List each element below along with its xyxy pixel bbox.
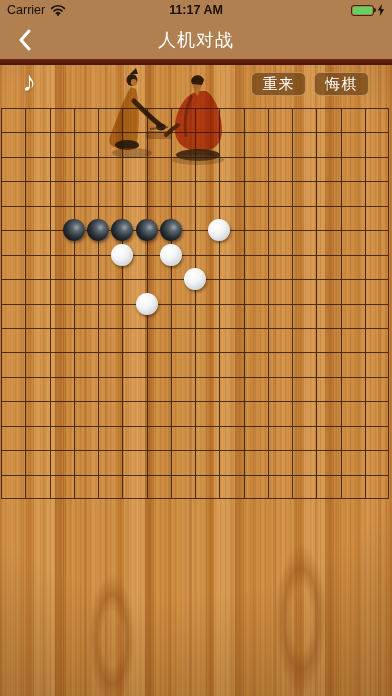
music-note-icon: ♪ xyxy=(22,66,36,97)
undo-button[interactable]: 悔棋 xyxy=(314,72,369,96)
board-intersection[interactable] xyxy=(219,401,243,425)
board-intersection[interactable] xyxy=(50,352,74,376)
board: ♪ 重来 悔棋 xyxy=(0,64,392,696)
board-intersection[interactable] xyxy=(219,304,243,328)
board-intersection[interactable] xyxy=(25,255,49,279)
board-intersection[interactable] xyxy=(195,230,219,254)
board-intersection[interactable] xyxy=(268,230,292,254)
board-intersection[interactable] xyxy=(268,108,292,132)
board-intersection[interactable] xyxy=(244,206,268,230)
board-intersection[interactable] xyxy=(98,279,122,303)
board-intersection[interactable] xyxy=(50,377,74,401)
board-intersection[interactable] xyxy=(98,377,122,401)
board-intersection[interactable] xyxy=(171,108,195,132)
board-intersection[interactable] xyxy=(365,426,389,450)
board-intersection[interactable] xyxy=(316,206,340,230)
board-intersection[interactable] xyxy=(268,352,292,376)
board-intersection[interactable] xyxy=(244,450,268,474)
board-intersection[interactable] xyxy=(316,328,340,352)
board-intersection[interactable] xyxy=(341,157,365,181)
board-intersection[interactable] xyxy=(244,475,268,499)
board-intersection[interactable] xyxy=(1,206,25,230)
board-intersection[interactable] xyxy=(147,377,171,401)
board-intersection[interactable] xyxy=(219,475,243,499)
board-intersection[interactable] xyxy=(147,475,171,499)
board-intersection[interactable] xyxy=(74,450,98,474)
board-intersection[interactable] xyxy=(268,401,292,425)
board-intersection[interactable] xyxy=(292,255,316,279)
board-intersection[interactable] xyxy=(316,475,340,499)
board-intersection[interactable] xyxy=(1,279,25,303)
board-intersection[interactable] xyxy=(171,401,195,425)
app-screen: Carrier 11:17 AM 人机对战 xyxy=(0,0,392,696)
board-intersection[interactable] xyxy=(292,132,316,156)
board-intersection[interactable] xyxy=(74,377,98,401)
chevron-left-icon xyxy=(18,29,31,51)
board-intersection[interactable] xyxy=(219,181,243,205)
board-intersection[interactable] xyxy=(50,230,74,254)
board-intersection[interactable] xyxy=(1,304,25,328)
board-intersection[interactable] xyxy=(122,426,146,450)
board-intersection[interactable] xyxy=(195,181,219,205)
board-intersection[interactable] xyxy=(341,181,365,205)
board-intersection[interactable] xyxy=(74,426,98,450)
board-intersection[interactable] xyxy=(50,328,74,352)
board-intersection[interactable] xyxy=(365,230,389,254)
board-intersection[interactable] xyxy=(341,255,365,279)
restart-button[interactable]: 重来 xyxy=(251,72,306,96)
board-intersection[interactable] xyxy=(171,255,195,279)
board-intersection[interactable] xyxy=(341,377,365,401)
board-intersection[interactable] xyxy=(122,401,146,425)
board-intersection[interactable] xyxy=(341,450,365,474)
board-intersection[interactable] xyxy=(171,181,195,205)
board-intersection[interactable] xyxy=(365,352,389,376)
wood-knot xyxy=(272,534,330,696)
board-intersection[interactable] xyxy=(219,206,243,230)
board-intersection[interactable] xyxy=(171,279,195,303)
board-intersection[interactable] xyxy=(122,450,146,474)
board-intersection[interactable] xyxy=(122,475,146,499)
board-top-trim xyxy=(0,59,392,65)
board-intersection[interactable] xyxy=(147,108,171,132)
board-intersection[interactable] xyxy=(1,255,25,279)
board-intersection[interactable] xyxy=(171,352,195,376)
board-intersection[interactable] xyxy=(25,181,49,205)
board-intersection[interactable] xyxy=(316,181,340,205)
nav-bar: 人机对战 xyxy=(0,20,392,59)
board-intersection[interactable] xyxy=(244,401,268,425)
board-intersection[interactable] xyxy=(219,279,243,303)
board-intersection[interactable] xyxy=(365,279,389,303)
board-intersection[interactable] xyxy=(50,450,74,474)
board-intersection[interactable] xyxy=(195,475,219,499)
board-intersection[interactable] xyxy=(1,401,25,425)
board-intersection[interactable] xyxy=(195,401,219,425)
board-intersection[interactable] xyxy=(1,450,25,474)
board-intersection[interactable] xyxy=(1,132,25,156)
toolbar: 重来 悔棋 xyxy=(251,72,369,96)
board-intersection[interactable] xyxy=(147,230,171,254)
board-intersection[interactable] xyxy=(365,108,389,132)
board-intersection[interactable] xyxy=(244,328,268,352)
board-intersection[interactable] xyxy=(292,157,316,181)
board-intersection[interactable] xyxy=(147,206,171,230)
board-intersection[interactable] xyxy=(219,426,243,450)
board-intersection[interactable] xyxy=(122,181,146,205)
board-intersection[interactable] xyxy=(341,352,365,376)
board-intersection[interactable] xyxy=(74,181,98,205)
board-intersection[interactable] xyxy=(365,206,389,230)
board-intersection[interactable] xyxy=(147,426,171,450)
board-intersection[interactable] xyxy=(244,255,268,279)
board-intersection[interactable] xyxy=(171,450,195,474)
board-intersection[interactable] xyxy=(98,304,122,328)
board-intersection[interactable] xyxy=(341,475,365,499)
board-intersection[interactable] xyxy=(50,181,74,205)
board-intersection[interactable] xyxy=(25,279,49,303)
board-intersection[interactable] xyxy=(244,108,268,132)
board-intersection[interactable] xyxy=(25,401,49,425)
board-intersection[interactable] xyxy=(171,328,195,352)
board-intersection[interactable] xyxy=(122,108,146,132)
board-intersection[interactable] xyxy=(219,450,243,474)
board-intersection[interactable] xyxy=(316,132,340,156)
board-intersection[interactable] xyxy=(25,230,49,254)
board-intersection[interactable] xyxy=(98,426,122,450)
board-intersection[interactable] xyxy=(50,279,74,303)
board-intersection[interactable] xyxy=(74,230,98,254)
board-intersection[interactable] xyxy=(341,108,365,132)
board-intersection[interactable] xyxy=(98,328,122,352)
board-intersection[interactable] xyxy=(50,426,74,450)
board-intersection[interactable] xyxy=(244,352,268,376)
board-intersection[interactable] xyxy=(122,279,146,303)
back-button[interactable] xyxy=(8,24,40,56)
board-intersection[interactable] xyxy=(268,206,292,230)
board-intersection[interactable] xyxy=(171,206,195,230)
board-intersection[interactable] xyxy=(1,157,25,181)
board-intersection[interactable] xyxy=(316,230,340,254)
board-intersection[interactable] xyxy=(219,352,243,376)
board-intersection[interactable] xyxy=(98,255,122,279)
board-intersection[interactable] xyxy=(268,450,292,474)
board-intersection[interactable] xyxy=(98,352,122,376)
board-intersection[interactable] xyxy=(171,132,195,156)
board-intersection[interactable] xyxy=(147,132,171,156)
board-intersection[interactable] xyxy=(25,157,49,181)
board-intersection[interactable] xyxy=(1,108,25,132)
board-intersection[interactable] xyxy=(1,426,25,450)
board-intersection[interactable] xyxy=(244,426,268,450)
board-intersection[interactable] xyxy=(98,206,122,230)
board-intersection[interactable] xyxy=(219,230,243,254)
board-intersection[interactable] xyxy=(1,352,25,376)
board-intersection[interactable] xyxy=(171,157,195,181)
board-intersection[interactable] xyxy=(292,352,316,376)
board-intersection[interactable] xyxy=(74,255,98,279)
board-intersection[interactable] xyxy=(98,401,122,425)
board-intersection[interactable] xyxy=(25,328,49,352)
board-intersection[interactable] xyxy=(195,255,219,279)
board-intersection[interactable] xyxy=(195,108,219,132)
board-intersection[interactable] xyxy=(365,377,389,401)
board-intersection[interactable] xyxy=(316,304,340,328)
board-intersection[interactable] xyxy=(74,108,98,132)
board-intersection[interactable] xyxy=(147,328,171,352)
wood-knot xyxy=(86,564,138,696)
board-intersection[interactable] xyxy=(147,304,171,328)
board-intersection[interactable] xyxy=(219,132,243,156)
board-intersection[interactable] xyxy=(25,475,49,499)
board-intersection[interactable] xyxy=(74,475,98,499)
board-intersection[interactable] xyxy=(171,377,195,401)
board-intersection[interactable] xyxy=(25,132,49,156)
board-intersection[interactable] xyxy=(316,450,340,474)
board-intersection[interactable] xyxy=(50,401,74,425)
board-intersection[interactable] xyxy=(292,450,316,474)
board-intersection[interactable] xyxy=(74,279,98,303)
board-intersection[interactable] xyxy=(316,352,340,376)
board-intersection[interactable] xyxy=(98,157,122,181)
board-intersection[interactable] xyxy=(122,132,146,156)
page-title: 人机对战 xyxy=(158,28,234,52)
board-intersection[interactable] xyxy=(171,304,195,328)
board-intersection[interactable] xyxy=(244,132,268,156)
board-intersection[interactable] xyxy=(268,279,292,303)
board-intersection[interactable] xyxy=(1,377,25,401)
board-intersection[interactable] xyxy=(122,230,146,254)
board-intersection[interactable] xyxy=(25,377,49,401)
board-intersection[interactable] xyxy=(365,132,389,156)
board-intersection[interactable] xyxy=(219,328,243,352)
board-intersection[interactable] xyxy=(292,401,316,425)
board-intersection[interactable] xyxy=(195,328,219,352)
board-intersection[interactable] xyxy=(268,304,292,328)
board-intersection[interactable] xyxy=(171,426,195,450)
board-intersection[interactable] xyxy=(365,475,389,499)
board-intersection[interactable] xyxy=(74,304,98,328)
board-intersection[interactable] xyxy=(244,230,268,254)
board-intersection[interactable] xyxy=(292,377,316,401)
board-intersection[interactable] xyxy=(365,255,389,279)
board-intersection[interactable] xyxy=(50,108,74,132)
board-intersection[interactable] xyxy=(244,157,268,181)
sound-toggle[interactable]: ♪ xyxy=(22,68,36,96)
board-intersection[interactable] xyxy=(341,206,365,230)
board-intersection[interactable] xyxy=(98,181,122,205)
board-intersection[interactable] xyxy=(50,206,74,230)
board-intersection[interactable] xyxy=(316,426,340,450)
carrier-label: Carrier xyxy=(7,3,45,17)
board-intersection[interactable] xyxy=(341,132,365,156)
board-intersection[interactable] xyxy=(1,181,25,205)
board-intersection[interactable] xyxy=(316,401,340,425)
board-intersection[interactable] xyxy=(292,181,316,205)
board-intersection[interactable] xyxy=(147,352,171,376)
board-intersection[interactable] xyxy=(292,108,316,132)
board-intersection[interactable] xyxy=(195,157,219,181)
board-intersection[interactable] xyxy=(195,352,219,376)
board-intersection[interactable] xyxy=(74,206,98,230)
board-intersection[interactable] xyxy=(147,181,171,205)
board-intersection[interactable] xyxy=(25,426,49,450)
board-intersection[interactable] xyxy=(50,255,74,279)
board-intersection[interactable] xyxy=(195,279,219,303)
board-intersection[interactable] xyxy=(195,377,219,401)
status-bar: Carrier 11:17 AM xyxy=(0,0,392,20)
board-intersection[interactable] xyxy=(74,352,98,376)
board-intersection[interactable] xyxy=(268,377,292,401)
board-intersection[interactable] xyxy=(50,157,74,181)
board-intersection[interactable] xyxy=(341,279,365,303)
board-intersection[interactable] xyxy=(98,108,122,132)
board-intersection[interactable] xyxy=(292,304,316,328)
board-intersection[interactable] xyxy=(50,475,74,499)
board-intersection[interactable] xyxy=(122,352,146,376)
board-intersection[interactable] xyxy=(25,304,49,328)
battery-icon xyxy=(351,5,374,16)
board-intersection[interactable] xyxy=(244,377,268,401)
board-intersection[interactable] xyxy=(341,401,365,425)
board-intersection[interactable] xyxy=(292,475,316,499)
board-intersection[interactable] xyxy=(292,206,316,230)
board-intersection[interactable] xyxy=(147,157,171,181)
board-intersection[interactable] xyxy=(341,230,365,254)
board-intersection[interactable] xyxy=(316,157,340,181)
board-intersection[interactable] xyxy=(341,328,365,352)
board-intersection[interactable] xyxy=(316,377,340,401)
board-intersection[interactable] xyxy=(74,328,98,352)
board-intersection[interactable] xyxy=(25,206,49,230)
board-intersection[interactable] xyxy=(292,230,316,254)
board-intersection[interactable] xyxy=(268,255,292,279)
board-intersection[interactable] xyxy=(365,328,389,352)
board-intersection[interactable] xyxy=(50,132,74,156)
board-intersection[interactable] xyxy=(365,181,389,205)
board-intersection[interactable] xyxy=(268,426,292,450)
wifi-icon xyxy=(50,4,66,16)
board-intersection[interactable] xyxy=(316,279,340,303)
board-intersection[interactable] xyxy=(219,255,243,279)
board-intersection[interactable] xyxy=(25,108,49,132)
board-intersection[interactable] xyxy=(147,279,171,303)
board-intersection[interactable] xyxy=(268,181,292,205)
board-intersection[interactable] xyxy=(268,475,292,499)
board-intersection[interactable] xyxy=(195,206,219,230)
board-intersection[interactable] xyxy=(74,157,98,181)
board-intersection[interactable] xyxy=(98,450,122,474)
board-intersection[interactable] xyxy=(365,401,389,425)
board-intersection[interactable] xyxy=(25,352,49,376)
board-intersection[interactable] xyxy=(316,108,340,132)
board-intersection[interactable] xyxy=(122,255,146,279)
board-intersection[interactable] xyxy=(341,426,365,450)
board-intersection[interactable] xyxy=(171,475,195,499)
board-intersection[interactable] xyxy=(1,475,25,499)
board-intersection[interactable] xyxy=(25,450,49,474)
board-intersection[interactable] xyxy=(341,304,365,328)
board-intersection[interactable] xyxy=(195,132,219,156)
board-intersection[interactable] xyxy=(122,328,146,352)
board-intersection[interactable] xyxy=(365,304,389,328)
board-intersection[interactable] xyxy=(219,377,243,401)
board-intersection[interactable] xyxy=(1,328,25,352)
board-intersection[interactable] xyxy=(50,304,74,328)
board-intersection[interactable] xyxy=(268,132,292,156)
board-intersection[interactable] xyxy=(292,426,316,450)
board-intersection[interactable] xyxy=(268,328,292,352)
board-intersection[interactable] xyxy=(171,230,195,254)
board-intersection[interactable] xyxy=(74,401,98,425)
board-intersection[interactable] xyxy=(219,108,243,132)
board-intersection[interactable] xyxy=(147,401,171,425)
board-intersection[interactable] xyxy=(292,328,316,352)
board-intersection[interactable] xyxy=(195,304,219,328)
board-intersection[interactable] xyxy=(365,450,389,474)
board-intersection[interactable] xyxy=(122,157,146,181)
board-intersection[interactable] xyxy=(316,255,340,279)
board-intersection[interactable] xyxy=(147,450,171,474)
board-intersection[interactable] xyxy=(365,157,389,181)
charging-bolt-icon xyxy=(377,4,385,16)
board-intersection[interactable] xyxy=(74,132,98,156)
board-intersection[interactable] xyxy=(244,304,268,328)
board-intersection[interactable] xyxy=(98,475,122,499)
board-grid xyxy=(1,108,389,499)
board-intersection[interactable] xyxy=(244,181,268,205)
board-intersection[interactable] xyxy=(98,132,122,156)
board-intersection[interactable] xyxy=(219,157,243,181)
board-intersection[interactable] xyxy=(98,230,122,254)
board-intersection[interactable] xyxy=(195,426,219,450)
board-intersection[interactable] xyxy=(147,255,171,279)
board-intersection[interactable] xyxy=(292,279,316,303)
board-intersection[interactable] xyxy=(122,304,146,328)
board-intersection[interactable] xyxy=(122,377,146,401)
board-intersection[interactable] xyxy=(268,157,292,181)
board-intersection[interactable] xyxy=(195,450,219,474)
board-intersection[interactable] xyxy=(1,230,25,254)
board-intersection[interactable] xyxy=(244,279,268,303)
board-intersection[interactable] xyxy=(122,206,146,230)
